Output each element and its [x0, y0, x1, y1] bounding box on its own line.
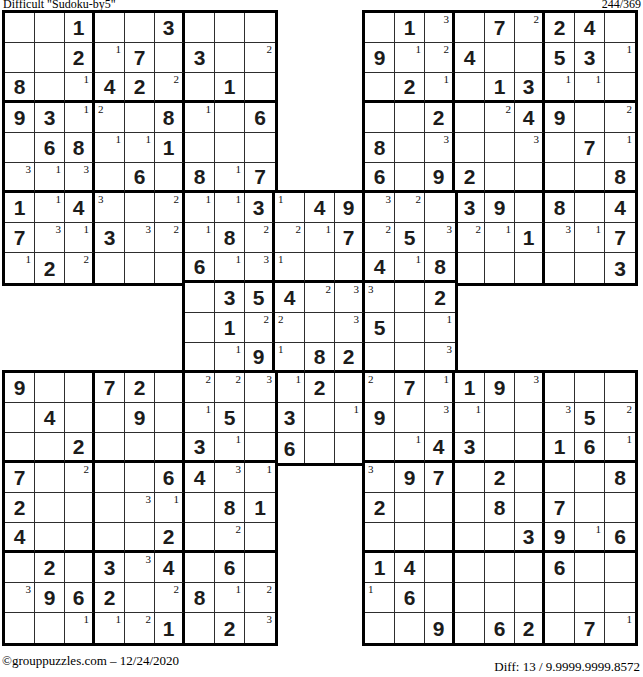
cell-r15c14[interactable]: 1 [395, 433, 425, 463]
cell-r13c17[interactable]: 9 [485, 373, 515, 403]
cell-r19c9[interactable] [245, 553, 275, 583]
cell-r13c14[interactable]: 7 [395, 373, 425, 403]
cell-r20c20[interactable] [575, 583, 605, 613]
cell-r5c6[interactable]: 1 [155, 133, 185, 163]
cell-r18c18[interactable]: 3 [515, 523, 545, 553]
cell-r16c3[interactable]: 2 [65, 463, 95, 493]
cell-r18c19[interactable]: 9 [545, 523, 575, 553]
cell-r10c14[interactable] [395, 283, 425, 313]
cell-r20c3[interactable]: 6 [65, 583, 95, 613]
cell-r19c2[interactable]: 2 [35, 553, 65, 583]
cell-r7c8[interactable]: 1 [215, 193, 245, 223]
cell-r14c21[interactable]: 2 [605, 403, 635, 433]
cell-r7c7[interactable]: 1 [185, 193, 215, 223]
cell-r13c7[interactable]: 2 [185, 373, 215, 403]
cell-r1c21[interactable] [605, 13, 635, 43]
cell-r15c13[interactable] [365, 433, 395, 463]
cell-r8c16[interactable]: 2 [455, 223, 485, 253]
cell-r21c8[interactable]: 2 [215, 613, 245, 643]
cell-r21c17[interactable]: 6 [485, 613, 515, 643]
cell-r20c4[interactable]: 2 [95, 583, 125, 613]
cell-r10c8[interactable]: 3 [215, 283, 245, 313]
cell-r7c15[interactable] [425, 193, 455, 223]
cell-r12c13[interactable] [365, 343, 395, 373]
cell-r4c7[interactable]: 1 [185, 103, 215, 133]
cell-r14c15[interactable]: 3 [425, 403, 455, 433]
cell-r17c18[interactable] [515, 493, 545, 523]
cell-r1c18[interactable]: 2 [515, 13, 545, 43]
cell-r16c19[interactable] [545, 463, 575, 493]
cell-r19c4[interactable]: 3 [95, 553, 125, 583]
cell-r21c2[interactable] [35, 613, 65, 643]
cell-r7c16[interactable]: 3 [455, 193, 485, 223]
cell-r9c10[interactable]: 1 [275, 253, 305, 283]
cell-r13c18[interactable]: 3 [515, 373, 545, 403]
cell-r13c20[interactable] [575, 373, 605, 403]
cell-r7c21[interactable]: 4 [605, 193, 635, 223]
cell-r8c3[interactable]: 1 [65, 223, 95, 253]
cell-r19c18[interactable] [515, 553, 545, 583]
cell-r6c3[interactable]: 3 [65, 163, 95, 193]
cell-r14c16[interactable]: 1 [455, 403, 485, 433]
cell-r15c18[interactable] [515, 433, 545, 463]
cell-r15c20[interactable]: 6 [575, 433, 605, 463]
cell-r14c8[interactable]: 5 [215, 403, 245, 433]
cell-r11c10[interactable]: 2 [275, 313, 305, 343]
cell-r3c8[interactable]: 1 [215, 73, 245, 103]
cell-r2c14[interactable]: 1 [395, 43, 425, 73]
cell-r18c5[interactable] [125, 523, 155, 553]
cell-r11c11[interactable] [305, 313, 335, 343]
cell-r12c7[interactable] [185, 343, 215, 373]
cell-r13c3[interactable] [65, 373, 95, 403]
cell-r7c9[interactable]: 3 [245, 193, 275, 223]
cell-r17c6[interactable]: 1 [155, 493, 185, 523]
cell-r15c12[interactable] [335, 433, 365, 463]
cell-r3c19[interactable]: 1 [545, 73, 575, 103]
cell-r2c21[interactable]: 1 [605, 43, 635, 73]
cell-r6c1[interactable]: 3 [5, 163, 35, 193]
cell-r1c5[interactable] [125, 13, 155, 43]
cell-r9c18[interactable] [515, 253, 545, 283]
cell-r6c9[interactable]: 7 [245, 163, 275, 193]
cell-r8c18[interactable]: 1 [515, 223, 545, 253]
cell-r6c5[interactable]: 6 [125, 163, 155, 193]
cell-r8c4[interactable]: 3 [95, 223, 125, 253]
cell-r17c3[interactable] [65, 493, 95, 523]
cell-r16c20[interactable] [575, 463, 605, 493]
cell-r12c10[interactable]: 1 [275, 343, 305, 373]
cell-r1c20[interactable]: 4 [575, 13, 605, 43]
cell-r9c3[interactable]: 2 [65, 253, 95, 283]
cell-r8c13[interactable]: 2 [365, 223, 395, 253]
cell-r19c16[interactable] [455, 553, 485, 583]
cell-r14c6[interactable] [155, 403, 185, 433]
cell-r18c3[interactable] [65, 523, 95, 553]
cell-r21c4[interactable]: 1 [95, 613, 125, 643]
cell-r13c4[interactable]: 7 [95, 373, 125, 403]
cell-r17c2[interactable] [35, 493, 65, 523]
cell-r3c6[interactable]: 2 [155, 73, 185, 103]
cell-r14c9[interactable] [245, 403, 275, 433]
cell-r20c9[interactable]: 2 [245, 583, 275, 613]
cell-r15c15[interactable]: 4 [425, 433, 455, 463]
cell-r1c1[interactable] [5, 13, 35, 43]
cell-r4c8[interactable] [215, 103, 245, 133]
cell-r7c18[interactable] [515, 193, 545, 223]
cell-r3c20[interactable]: 1 [575, 73, 605, 103]
cell-r14c17[interactable] [485, 403, 515, 433]
cell-r3c2[interactable] [35, 73, 65, 103]
cell-r18c16[interactable] [455, 523, 485, 553]
cell-r1c7[interactable] [185, 13, 215, 43]
cell-r5c2[interactable]: 6 [35, 133, 65, 163]
cell-r9c11[interactable] [305, 253, 335, 283]
cell-r9c16[interactable] [455, 253, 485, 283]
cell-r19c20[interactable] [575, 553, 605, 583]
cell-r4c6[interactable]: 8 [155, 103, 185, 133]
cell-r2c16[interactable]: 4 [455, 43, 485, 73]
cell-r6c15[interactable]: 9 [425, 163, 455, 193]
cell-r8c17[interactable]: 1 [485, 223, 515, 253]
cell-r8c5[interactable]: 3 [125, 223, 155, 253]
cell-r6c18[interactable] [515, 163, 545, 193]
cell-r14c2[interactable]: 4 [35, 403, 65, 433]
cell-r4c4[interactable]: 2 [95, 103, 125, 133]
cell-r20c5[interactable] [125, 583, 155, 613]
cell-r11c13[interactable]: 5 [365, 313, 395, 343]
cell-r14c3[interactable] [65, 403, 95, 433]
cell-r21c5[interactable]: 2 [125, 613, 155, 643]
cell-r3c9[interactable] [245, 73, 275, 103]
cell-r18c20[interactable]: 1 [575, 523, 605, 553]
cell-r20c21[interactable] [605, 583, 635, 613]
cell-r6c21[interactable]: 8 [605, 163, 635, 193]
cell-r19c1[interactable] [5, 553, 35, 583]
cell-r2c4[interactable]: 1 [95, 43, 125, 73]
cell-r9c12[interactable] [335, 253, 365, 283]
cell-r13c12[interactable] [335, 373, 365, 403]
cell-r6c8[interactable]: 1 [215, 163, 245, 193]
cell-r14c10[interactable]: 3 [275, 403, 305, 433]
cell-r13c9[interactable]: 3 [245, 373, 275, 403]
cell-r7c4[interactable]: 3 [95, 193, 125, 223]
cell-r7c20[interactable] [575, 193, 605, 223]
cell-r6c14[interactable] [395, 163, 425, 193]
cell-r1c13[interactable] [365, 13, 395, 43]
cell-r7c5[interactable] [125, 193, 155, 223]
cell-r8c8[interactable]: 8 [215, 223, 245, 253]
cell-r7c3[interactable]: 4 [65, 193, 95, 223]
cell-r2c9[interactable]: 2 [245, 43, 275, 73]
cell-r3c1[interactable]: 8 [5, 73, 35, 103]
cell-r6c13[interactable]: 6 [365, 163, 395, 193]
cell-r13c2[interactable] [35, 373, 65, 403]
cell-r9c21[interactable]: 3 [605, 253, 635, 283]
cell-r14c13[interactable]: 9 [365, 403, 395, 433]
cell-r2c6[interactable] [155, 43, 185, 73]
cell-r6c4[interactable] [95, 163, 125, 193]
cell-r7c14[interactable]: 2 [395, 193, 425, 223]
cell-r5c15[interactable]: 3 [425, 133, 455, 163]
cell-r11c12[interactable]: 3 [335, 313, 365, 343]
cell-r21c9[interactable]: 3 [245, 613, 275, 643]
cell-r21c3[interactable]: 1 [65, 613, 95, 643]
cell-r7c6[interactable]: 2 [155, 193, 185, 223]
cell-r18c13[interactable] [365, 523, 395, 553]
cell-r1c4[interactable] [95, 13, 125, 43]
cell-r9c2[interactable]: 2 [35, 253, 65, 283]
cell-r14c4[interactable] [95, 403, 125, 433]
cell-r7c13[interactable]: 3 [365, 193, 395, 223]
cell-r1c14[interactable]: 1 [395, 13, 425, 43]
cell-r12c9[interactable]: 9 [245, 343, 275, 373]
cell-r11c9[interactable]: 2 [245, 313, 275, 343]
cell-r11c8[interactable]: 1 [215, 313, 245, 343]
cell-r9c14[interactable]: 1 [395, 253, 425, 283]
cell-r5c20[interactable]: 7 [575, 133, 605, 163]
cell-r17c1[interactable]: 2 [5, 493, 35, 523]
cell-r15c9[interactable] [245, 433, 275, 463]
cell-r17c17[interactable]: 8 [485, 493, 515, 523]
cell-r7c1[interactable]: 1 [5, 193, 35, 223]
cell-r18c7[interactable] [185, 523, 215, 553]
cell-r15c3[interactable]: 2 [65, 433, 95, 463]
cell-r14c18[interactable] [515, 403, 545, 433]
cell-r18c17[interactable] [485, 523, 515, 553]
cell-r15c2[interactable] [35, 433, 65, 463]
cell-r19c15[interactable] [425, 553, 455, 583]
cell-r15c11[interactable] [305, 433, 335, 463]
cell-r19c3[interactable] [65, 553, 95, 583]
cell-r20c8[interactable]: 1 [215, 583, 245, 613]
cell-r19c6[interactable]: 4 [155, 553, 185, 583]
cell-r4c21[interactable]: 2 [605, 103, 635, 133]
cell-r16c7[interactable]: 4 [185, 463, 215, 493]
cell-r16c15[interactable]: 7 [425, 463, 455, 493]
cell-r8c20[interactable]: 1 [575, 223, 605, 253]
cell-r9c6[interactable] [155, 253, 185, 283]
cell-r12c8[interactable]: 1 [215, 343, 245, 373]
cell-r13c16[interactable]: 1 [455, 373, 485, 403]
cell-r20c7[interactable]: 8 [185, 583, 215, 613]
cell-r5c18[interactable]: 3 [515, 133, 545, 163]
cell-r17c14[interactable] [395, 493, 425, 523]
cell-r20c1[interactable]: 3 [5, 583, 35, 613]
cell-r18c21[interactable]: 6 [605, 523, 635, 553]
cell-r2c20[interactable]: 3 [575, 43, 605, 73]
cell-r10c15[interactable]: 2 [425, 283, 455, 313]
cell-r13c11[interactable]: 2 [305, 373, 335, 403]
cell-r9c17[interactable] [485, 253, 515, 283]
cell-r19c8[interactable]: 6 [215, 553, 245, 583]
cell-r11c14[interactable] [395, 313, 425, 343]
cell-r16c2[interactable] [35, 463, 65, 493]
cell-r13c8[interactable]: 2 [215, 373, 245, 403]
cell-r4c9[interactable]: 6 [245, 103, 275, 133]
cell-r8c9[interactable]: 2 [245, 223, 275, 253]
cell-r21c18[interactable]: 2 [515, 613, 545, 643]
cell-r6c16[interactable]: 2 [455, 163, 485, 193]
cell-r14c5[interactable]: 9 [125, 403, 155, 433]
cell-r20c17[interactable] [485, 583, 515, 613]
cell-r14c20[interactable]: 5 [575, 403, 605, 433]
cell-r1c6[interactable]: 3 [155, 13, 185, 43]
cell-r18c15[interactable] [425, 523, 455, 553]
cell-r5c21[interactable]: 1 [605, 133, 635, 163]
cell-r1c3[interactable]: 1 [65, 13, 95, 43]
cell-r9c15[interactable]: 8 [425, 253, 455, 283]
cell-r4c15[interactable]: 2 [425, 103, 455, 133]
cell-r8c12[interactable]: 7 [335, 223, 365, 253]
cell-r17c21[interactable] [605, 493, 635, 523]
cell-r21c16[interactable] [455, 613, 485, 643]
cell-r2c13[interactable]: 9 [365, 43, 395, 73]
cell-r8c7[interactable]: 1 [185, 223, 215, 253]
cell-r16c21[interactable]: 8 [605, 463, 635, 493]
cell-r14c14[interactable] [395, 403, 425, 433]
cell-r20c18[interactable] [515, 583, 545, 613]
cell-r17c13[interactable]: 2 [365, 493, 395, 523]
cell-r1c16[interactable] [455, 13, 485, 43]
cell-r16c1[interactable]: 7 [5, 463, 35, 493]
cell-r9c8[interactable]: 1 [215, 253, 245, 283]
cell-r12c12[interactable]: 2 [335, 343, 365, 373]
cell-r1c17[interactable]: 7 [485, 13, 515, 43]
cell-r20c2[interactable]: 9 [35, 583, 65, 613]
cell-r2c19[interactable]: 5 [545, 43, 575, 73]
cell-r18c1[interactable]: 4 [5, 523, 35, 553]
cell-r13c19[interactable] [545, 373, 575, 403]
cell-r12c15[interactable]: 3 [425, 343, 455, 373]
cell-r2c2[interactable] [35, 43, 65, 73]
cell-r11c7[interactable] [185, 313, 215, 343]
cell-r10c9[interactable]: 5 [245, 283, 275, 313]
cell-r17c5[interactable]: 3 [125, 493, 155, 523]
cell-r17c16[interactable] [455, 493, 485, 523]
cell-r2c8[interactable] [215, 43, 245, 73]
cell-r2c15[interactable]: 2 [425, 43, 455, 73]
cell-r10c10[interactable]: 4 [275, 283, 305, 313]
cell-r20c14[interactable]: 6 [395, 583, 425, 613]
cell-r12c11[interactable]: 8 [305, 343, 335, 373]
cell-r3c21[interactable] [605, 73, 635, 103]
cell-r19c13[interactable]: 1 [365, 553, 395, 583]
cell-r9c20[interactable] [575, 253, 605, 283]
cell-r15c5[interactable] [125, 433, 155, 463]
cell-r9c9[interactable]: 3 [245, 253, 275, 283]
cell-r16c13[interactable]: 3 [365, 463, 395, 493]
cell-r9c4[interactable] [95, 253, 125, 283]
cell-r3c15[interactable]: 1 [425, 73, 455, 103]
cell-r5c5[interactable]: 1 [125, 133, 155, 163]
cell-r10c13[interactable]: 3 [365, 283, 395, 313]
cell-r5c8[interactable] [215, 133, 245, 163]
cell-r19c14[interactable]: 4 [395, 553, 425, 583]
cell-r1c8[interactable] [215, 13, 245, 43]
cell-r10c12[interactable]: 3 [335, 283, 365, 313]
cell-r14c7[interactable]: 1 [185, 403, 215, 433]
cell-r5c4[interactable]: 1 [95, 133, 125, 163]
cell-r9c13[interactable]: 4 [365, 253, 395, 283]
cell-r16c8[interactable]: 3 [215, 463, 245, 493]
cell-r2c3[interactable]: 2 [65, 43, 95, 73]
cell-r5c3[interactable]: 8 [65, 133, 95, 163]
cell-r21c13[interactable] [365, 613, 395, 643]
cell-r3c14[interactable]: 2 [395, 73, 425, 103]
cell-r4c20[interactable] [575, 103, 605, 133]
cell-r5c1[interactable] [5, 133, 35, 163]
cell-r1c15[interactable]: 3 [425, 13, 455, 43]
cell-r16c9[interactable]: 1 [245, 463, 275, 493]
cell-r5c14[interactable] [395, 133, 425, 163]
cell-r20c15[interactable] [425, 583, 455, 613]
cell-r19c19[interactable]: 6 [545, 553, 575, 583]
cell-r15c6[interactable] [155, 433, 185, 463]
cell-r2c7[interactable]: 3 [185, 43, 215, 73]
cell-r3c3[interactable]: 1 [65, 73, 95, 103]
cell-r14c12[interactable]: 1 [335, 403, 365, 433]
cell-r5c9[interactable] [245, 133, 275, 163]
cell-r4c19[interactable]: 9 [545, 103, 575, 133]
cell-r14c11[interactable] [305, 403, 335, 433]
cell-r6c6[interactable] [155, 163, 185, 193]
cell-r13c6[interactable] [155, 373, 185, 403]
cell-r7c2[interactable]: 1 [35, 193, 65, 223]
cell-r4c18[interactable]: 4 [515, 103, 545, 133]
cell-r8c14[interactable]: 5 [395, 223, 425, 253]
cell-r7c19[interactable]: 8 [545, 193, 575, 223]
cell-r5c13[interactable]: 8 [365, 133, 395, 163]
cell-r5c19[interactable] [545, 133, 575, 163]
cell-r4c1[interactable]: 9 [5, 103, 35, 133]
cell-r7c12[interactable]: 9 [335, 193, 365, 223]
cell-r16c6[interactable]: 6 [155, 463, 185, 493]
cell-r21c14[interactable] [395, 613, 425, 643]
cell-r13c5[interactable]: 2 [125, 373, 155, 403]
cell-r10c11[interactable]: 2 [305, 283, 335, 313]
cell-r2c5[interactable]: 7 [125, 43, 155, 73]
cell-r17c19[interactable]: 7 [545, 493, 575, 523]
cell-r13c15[interactable]: 1 [425, 373, 455, 403]
cell-r8c6[interactable]: 2 [155, 223, 185, 253]
cell-r16c4[interactable] [95, 463, 125, 493]
cell-r15c17[interactable] [485, 433, 515, 463]
cell-r8c10[interactable]: 2 [275, 223, 305, 253]
cell-r17c20[interactable] [575, 493, 605, 523]
cell-r16c16[interactable] [455, 463, 485, 493]
cell-r3c5[interactable]: 2 [125, 73, 155, 103]
cell-r21c15[interactable]: 9 [425, 613, 455, 643]
cell-r15c8[interactable]: 1 [215, 433, 245, 463]
cell-r2c17[interactable] [485, 43, 515, 73]
cell-r17c9[interactable]: 1 [245, 493, 275, 523]
cell-r20c16[interactable] [455, 583, 485, 613]
cell-r16c18[interactable] [515, 463, 545, 493]
cell-r4c2[interactable]: 3 [35, 103, 65, 133]
cell-r15c21[interactable]: 1 [605, 433, 635, 463]
cell-r16c5[interactable] [125, 463, 155, 493]
cell-r3c13[interactable] [365, 73, 395, 103]
cell-r5c17[interactable] [485, 133, 515, 163]
cell-r6c19[interactable] [545, 163, 575, 193]
cell-r6c2[interactable]: 1 [35, 163, 65, 193]
cell-r3c17[interactable]: 1 [485, 73, 515, 103]
cell-r16c17[interactable]: 2 [485, 463, 515, 493]
cell-r16c14[interactable]: 9 [395, 463, 425, 493]
cell-r20c19[interactable] [545, 583, 575, 613]
cell-r3c4[interactable]: 4 [95, 73, 125, 103]
